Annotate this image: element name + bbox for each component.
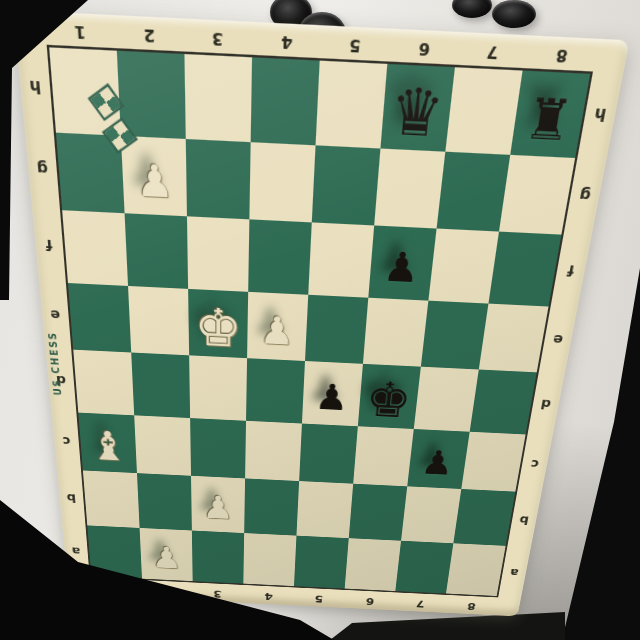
square-h6: ♛	[380, 64, 454, 151]
square-d5: ♟	[302, 361, 363, 426]
file-label-a: a	[65, 525, 87, 577]
square-d1	[73, 350, 134, 415]
rank-label-5: 5	[320, 29, 390, 58]
square-c4	[245, 420, 302, 481]
square-c3	[190, 418, 246, 479]
square-a8	[446, 543, 506, 596]
square-e5	[305, 294, 368, 364]
rank-label-3: 3	[192, 585, 243, 601]
square-b6	[349, 484, 407, 541]
file-label-b: b	[60, 470, 83, 526]
square-c8	[461, 431, 525, 491]
square-c7: ♟	[407, 429, 470, 489]
square-e8	[479, 303, 549, 372]
square-b1	[83, 470, 140, 527]
square-h7	[445, 67, 522, 154]
square-f8	[489, 232, 562, 306]
square-b8	[453, 489, 515, 545]
rank-label-6: 6	[344, 592, 396, 608]
file-label-g: g	[28, 129, 57, 209]
chess-board-mat: 12345678 12345678 hgfedcba hgfedcba US C…	[13, 10, 630, 616]
square-e4: ♟	[247, 291, 308, 361]
square-b3: ♟	[191, 476, 245, 533]
square-f2	[125, 213, 189, 288]
black-pawn-f6: ♟	[382, 246, 422, 289]
square-e2	[128, 285, 189, 355]
square-a3	[192, 530, 244, 583]
square-g8	[499, 154, 575, 234]
square-a4	[243, 533, 296, 586]
square-a5	[294, 535, 349, 588]
rank-label-8: 8	[525, 39, 598, 68]
black-king-d6: ♚	[364, 375, 414, 425]
rank-label-2: 2	[141, 582, 192, 598]
square-d6: ♚	[358, 364, 421, 429]
square-c6	[353, 426, 414, 487]
rank-label-1: 1	[90, 580, 142, 596]
square-e3: ♚	[188, 288, 248, 358]
white-pawn-a2: ♟	[151, 542, 182, 573]
square-b4	[244, 478, 299, 535]
rank-label-4: 4	[252, 26, 322, 55]
square-f1	[62, 210, 128, 285]
square-g5	[312, 145, 381, 226]
square-b7	[401, 486, 461, 543]
black-pawn-c7: ♟	[419, 445, 456, 479]
rank-label-6: 6	[388, 32, 459, 61]
square-f6: ♟	[368, 225, 436, 300]
square-h5	[316, 61, 388, 148]
rank-label-8: 8	[445, 597, 498, 613]
square-e7	[421, 300, 489, 369]
square-c1: ♝	[78, 412, 137, 473]
file-label-h: h	[20, 43, 50, 130]
rank-label-5: 5	[293, 590, 345, 606]
square-a7	[395, 540, 453, 593]
square-h8: ♜	[510, 71, 590, 158]
white-pawn-g2: ♟	[135, 158, 174, 204]
square-b5	[296, 481, 353, 538]
us-chess-logo-diamond	[102, 117, 138, 154]
square-a6	[345, 538, 401, 591]
square-f5	[308, 222, 374, 297]
square-b2	[137, 473, 192, 530]
rank-label-3: 3	[183, 22, 252, 51]
square-f7	[428, 229, 499, 304]
black-pawn-d5: ♟	[314, 379, 350, 416]
captured-black-piece	[452, 0, 492, 18]
file-label-c: c	[54, 411, 78, 471]
square-f3	[187, 216, 249, 291]
square-a2: ♟	[140, 528, 193, 582]
square-c5	[299, 423, 358, 484]
square-d3	[189, 355, 247, 420]
square-h3	[184, 54, 252, 142]
white-pawn-b3: ♟	[202, 491, 233, 523]
captured-black-piece	[492, 0, 536, 28]
square-c2	[134, 415, 191, 476]
white-bishop-c1: ♝	[88, 426, 129, 467]
us-chess-logo	[88, 86, 146, 163]
rank-label-2: 2	[114, 19, 184, 48]
square-g6	[374, 148, 445, 229]
square-g3	[186, 138, 251, 219]
black-rook-h8: ♜	[521, 90, 576, 149]
playing-area: ♛♜♟♟♚♟♟♚♝♟♟♟	[47, 45, 593, 598]
black-queen-h6: ♛	[387, 79, 447, 147]
white-pawn-e4: ♟	[259, 311, 295, 351]
square-e6	[363, 297, 429, 366]
photo-scene: 12345678 12345678 hgfedcba hgfedcba US C…	[0, 0, 640, 640]
file-label-f: f	[35, 208, 63, 282]
square-d2	[131, 353, 190, 418]
square-a1	[87, 525, 142, 579]
rank-label-7: 7	[457, 36, 529, 65]
square-d8	[470, 369, 537, 434]
square-d4	[246, 358, 305, 423]
rank-label-7: 7	[394, 595, 447, 611]
square-e1	[68, 283, 131, 353]
square-f4	[248, 219, 312, 294]
white-king-e3: ♚	[194, 300, 242, 354]
square-d7	[414, 367, 479, 432]
rank-label-4: 4	[243, 587, 294, 603]
square-g4	[249, 142, 315, 223]
square-g7	[437, 151, 511, 231]
square-h4	[251, 57, 320, 144]
rank-label-1: 1	[44, 16, 114, 45]
